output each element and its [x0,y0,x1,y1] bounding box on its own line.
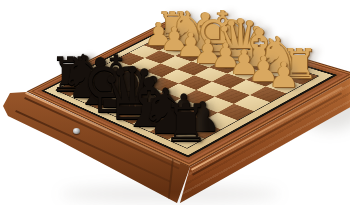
chess-set-photo: ♜♞♝♛♚♝♞♜♟♟♟♟♟♟♟♟♟♟♟♟♟♟♟♟♜♞♝♛♚♝♞♜ [0,0,350,205]
drawer-knob-icon [73,128,80,134]
